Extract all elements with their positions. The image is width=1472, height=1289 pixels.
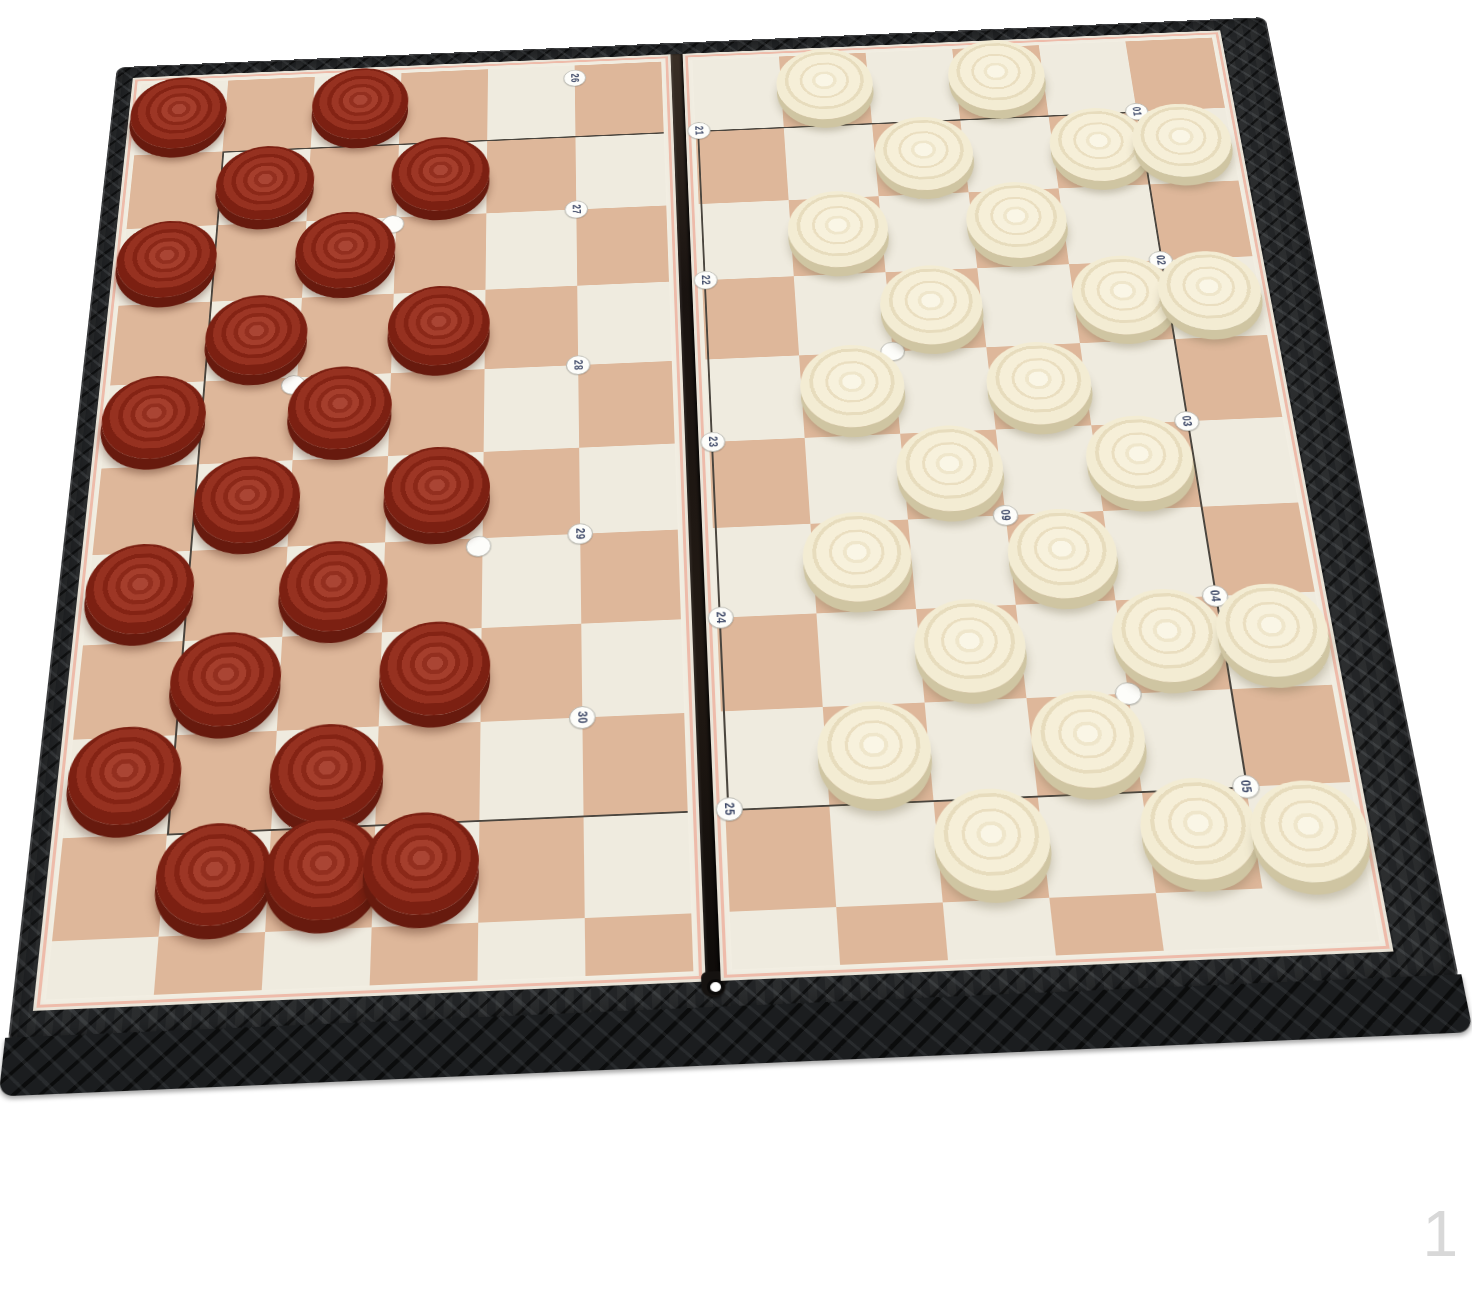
board-square xyxy=(578,361,675,448)
board-square xyxy=(816,609,924,707)
square-number-label: 04 xyxy=(1207,590,1223,603)
board-half-left: 2627282930 xyxy=(33,54,706,1011)
square-number-label: 23 xyxy=(706,436,720,448)
square-number-label: 01 xyxy=(1130,107,1144,117)
board-square xyxy=(794,272,893,355)
board-square xyxy=(1230,685,1350,787)
board-square xyxy=(1125,38,1225,112)
board-square xyxy=(1038,791,1156,898)
board-square xyxy=(1103,507,1215,601)
board-square xyxy=(866,49,961,123)
board-square xyxy=(479,717,583,820)
square-number-label: 02 xyxy=(1154,255,1168,266)
board-square xyxy=(893,347,996,433)
board-square xyxy=(388,369,484,456)
board-square xyxy=(486,136,576,213)
square-number-label: 03 xyxy=(1179,415,1194,427)
square-number-label: 09 xyxy=(998,509,1013,521)
board-square xyxy=(709,438,810,528)
board-square xyxy=(1187,417,1298,507)
board-square xyxy=(478,816,585,923)
board-square xyxy=(580,530,681,624)
board-square xyxy=(725,805,836,912)
board-faces: 2627282930 2122232425010203040509 xyxy=(33,30,1394,1011)
board-square xyxy=(306,144,399,221)
board-square xyxy=(1174,335,1283,421)
board-square xyxy=(485,286,579,369)
board-square xyxy=(1080,339,1187,425)
square-number-label: 22 xyxy=(699,275,712,286)
board-square xyxy=(73,641,183,740)
board-square xyxy=(702,276,799,359)
board-square xyxy=(1059,184,1161,264)
board-square xyxy=(52,834,167,942)
board-square xyxy=(692,57,783,131)
checker-grid-left: 2627282930 xyxy=(46,62,693,1000)
board-square xyxy=(717,613,823,711)
folding-draughts-board: 2627282930 2122232425010203040509 xyxy=(8,17,1460,1044)
board-square xyxy=(960,115,1058,192)
board-square xyxy=(996,425,1103,515)
board-square xyxy=(127,151,223,229)
board-square xyxy=(487,65,575,139)
square-number-label: 26 xyxy=(569,73,581,83)
board-square xyxy=(154,932,265,995)
board-square xyxy=(370,923,479,986)
board-square xyxy=(1201,502,1315,596)
board-square xyxy=(579,444,678,534)
board-square xyxy=(582,713,687,815)
board-square xyxy=(977,264,1080,347)
board-square xyxy=(1049,893,1164,955)
board-square xyxy=(92,464,197,555)
board-square xyxy=(1262,884,1379,946)
board-square xyxy=(581,619,684,717)
square-number-label: 05 xyxy=(1238,780,1255,794)
board-square xyxy=(584,811,692,918)
board-square xyxy=(375,722,480,825)
board-square xyxy=(482,534,582,628)
board-square xyxy=(394,213,487,293)
board-square xyxy=(908,515,1016,609)
board-square xyxy=(478,918,586,981)
square-number-label: 24 xyxy=(714,611,728,624)
board-square xyxy=(925,698,1038,800)
board-square xyxy=(399,69,488,144)
board-square xyxy=(576,205,669,285)
board-square xyxy=(713,524,817,618)
board-square xyxy=(110,302,210,386)
board-square xyxy=(575,132,666,209)
product-photo-stage: 2627282930 2122232425010203040509 1 xyxy=(0,0,1472,1289)
square-number-label: 25 xyxy=(722,802,737,816)
image-watermark-number: 1 xyxy=(1422,1197,1458,1271)
board-square xyxy=(277,632,382,730)
board-square xyxy=(730,907,840,970)
square-number-label: 30 xyxy=(575,711,589,724)
board-square xyxy=(784,123,879,200)
board-square xyxy=(575,62,664,136)
board-square xyxy=(695,127,788,204)
board-square xyxy=(1128,689,1246,791)
board-square xyxy=(483,448,581,538)
square-number-label: 21 xyxy=(693,126,706,136)
board-square xyxy=(705,355,804,442)
square-number-label: 29 xyxy=(573,528,587,540)
board-square xyxy=(577,282,672,365)
board-square xyxy=(288,456,389,547)
board-square xyxy=(721,707,829,809)
board-square xyxy=(1149,181,1253,261)
board-square xyxy=(699,200,794,280)
board-square xyxy=(805,434,908,524)
board-square xyxy=(585,913,694,976)
board-square xyxy=(222,77,314,152)
board-square xyxy=(46,937,159,1000)
board-square xyxy=(943,898,1056,960)
board-square xyxy=(485,209,577,289)
board-square xyxy=(262,927,372,990)
board-square xyxy=(836,902,948,964)
square-number-label: 27 xyxy=(570,204,583,214)
board-square xyxy=(484,365,580,452)
board-square xyxy=(1039,41,1137,115)
board-square xyxy=(879,192,978,272)
square-number-label: 28 xyxy=(572,360,585,371)
board-square xyxy=(183,547,288,641)
board-square xyxy=(210,221,306,302)
board-square xyxy=(829,800,942,907)
board-square xyxy=(1016,600,1129,698)
board-square xyxy=(297,294,393,378)
board-square xyxy=(1156,888,1272,950)
board-square xyxy=(167,731,277,834)
board-square xyxy=(481,624,583,722)
